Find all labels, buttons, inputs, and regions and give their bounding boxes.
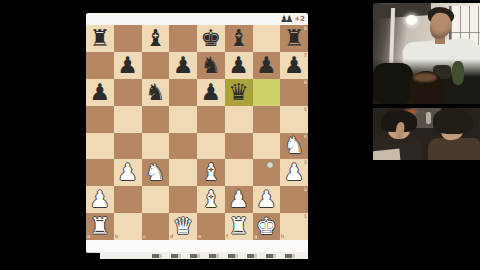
square-h6[interactable]: 6 (280, 79, 308, 106)
square-b5[interactable] (114, 106, 142, 133)
webcam-top-video[interactable] (373, 3, 480, 104)
square-f2[interactable]: ♟ (225, 186, 253, 213)
piece-black-bishop-f8[interactable]: ♝ (225, 25, 253, 52)
piece-white-pawn-h3[interactable]: ♟ (280, 159, 308, 186)
green-bottle (452, 61, 464, 85)
piece-white-rook-f1[interactable]: ♜ (225, 213, 253, 240)
square-g4[interactable] (253, 133, 281, 160)
square-g7[interactable]: ♟ (253, 52, 281, 79)
caption-strip (100, 252, 308, 259)
square-c2[interactable] (142, 186, 170, 213)
square-f3[interactable] (225, 159, 253, 186)
square-a4[interactable] (86, 133, 114, 160)
square-b6[interactable] (114, 79, 142, 106)
square-h1[interactable]: 1h (280, 213, 308, 240)
square-h8[interactable]: 8♜ (280, 25, 308, 52)
square-c5[interactable] (142, 106, 170, 133)
rank-label-2: 2 (304, 187, 307, 192)
player-bar-top: ♟♟ +2 (86, 13, 308, 25)
right-child-body (428, 138, 480, 160)
piece-black-pawn-e6[interactable]: ♟ (197, 79, 225, 106)
square-e3[interactable]: ♝ (197, 159, 225, 186)
square-c3[interactable]: ♞ (142, 159, 170, 186)
square-f1[interactable]: f♜ (225, 213, 253, 240)
square-h3[interactable]: 3♟ (280, 159, 308, 186)
piece-white-bishop-e3[interactable]: ♝ (197, 159, 225, 186)
square-f6[interactable]: ♛ (225, 79, 253, 106)
piece-black-pawn-b7[interactable]: ♟ (114, 52, 142, 79)
square-e8[interactable]: ♚ (197, 25, 225, 52)
square-d7[interactable]: ♟ (169, 52, 197, 79)
square-c1[interactable]: c (142, 213, 170, 240)
piece-black-pawn-h7[interactable]: ♟ (280, 52, 308, 79)
square-d5[interactable] (169, 106, 197, 133)
square-e2[interactable]: ♝ (197, 186, 225, 213)
piece-white-bishop-e2[interactable]: ♝ (197, 186, 225, 213)
square-b1[interactable]: b (114, 213, 142, 240)
material-indicator: ♟♟ +2 (280, 15, 308, 24)
square-e1[interactable]: e (197, 213, 225, 240)
file-label-b: b (115, 234, 118, 239)
square-e4[interactable] (197, 133, 225, 160)
square-e7[interactable]: ♞ (197, 52, 225, 79)
piece-black-bishop-c8[interactable]: ♝ (142, 25, 170, 52)
square-h5[interactable]: 5 (280, 106, 308, 133)
rank-label-6: 6 (304, 80, 307, 85)
square-b8[interactable] (114, 25, 142, 52)
chess-board[interactable]: ♜♝♚♝8♜♟♟♞♟♟7♟♟♞♟♛654♞♟♞♝3♟♟♝♟♟2a♜bcd♛ef♜… (86, 25, 308, 240)
piece-black-knight-e7[interactable]: ♞ (197, 52, 225, 79)
square-h7[interactable]: 7♟ (280, 52, 308, 79)
square-e5[interactable] (197, 106, 225, 133)
webcam-bottom-scene (373, 108, 480, 160)
square-g6[interactable] (253, 79, 281, 106)
dark-chair (373, 63, 413, 104)
piece-black-pawn-d7[interactable]: ♟ (169, 52, 197, 79)
square-g1[interactable]: g♚ (253, 213, 281, 240)
square-d4[interactable] (169, 133, 197, 160)
right-child-hair (433, 108, 473, 134)
square-f7[interactable]: ♟ (225, 52, 253, 79)
piece-white-knight-h4[interactable]: ♞ (280, 133, 308, 160)
piece-white-pawn-a2[interactable]: ♟ (86, 186, 114, 213)
square-f4[interactable] (225, 133, 253, 160)
square-b2[interactable] (114, 186, 142, 213)
square-a6[interactable]: ♟ (86, 79, 114, 106)
square-g2[interactable]: ♟ (253, 186, 281, 213)
table-edge (373, 148, 401, 160)
square-b3[interactable]: ♟ (114, 159, 142, 186)
square-d3[interactable] (169, 159, 197, 186)
shelf-bottle (426, 112, 431, 124)
piece-white-knight-c3[interactable]: ♞ (142, 159, 170, 186)
square-c6[interactable]: ♞ (142, 79, 170, 106)
square-a7[interactable] (86, 52, 114, 79)
video-call-screen: ♟♟ +2 ♜♝♚♝8♜♟♟♞♟♟7♟♟♞♟♛654♞♟♞♝3♟♟♝♟♟2a♜b… (0, 0, 480, 270)
piece-black-knight-c6[interactable]: ♞ (142, 79, 170, 106)
material-advantage-label: +2 (294, 16, 305, 23)
piece-white-pawn-g2[interactable]: ♟ (253, 186, 281, 213)
square-h4[interactable]: 4♞ (280, 133, 308, 160)
cursor-dot (267, 162, 273, 168)
captured-pawns-icons: ♟♟ (280, 15, 290, 24)
webcam-top-scene (373, 3, 480, 104)
file-label-e: e (198, 234, 201, 239)
piece-black-pawn-f7[interactable]: ♟ (225, 52, 253, 79)
square-c4[interactable] (142, 133, 170, 160)
square-d2[interactable] (169, 186, 197, 213)
rank-label-1: 1 (304, 214, 307, 219)
webcam-bottom-video[interactable] (373, 108, 480, 160)
square-a8[interactable]: ♜ (86, 25, 114, 52)
piece-black-pawn-g7[interactable]: ♟ (253, 52, 281, 79)
square-f5[interactable] (225, 106, 253, 133)
blurred-caption-text (152, 254, 302, 258)
square-b4[interactable] (114, 133, 142, 160)
file-label-h: h (281, 234, 284, 239)
square-g8[interactable] (253, 25, 281, 52)
piece-white-rook-a1[interactable]: ♜ (86, 213, 114, 240)
piece-white-king-g1[interactable]: ♚ (253, 213, 281, 240)
square-a1[interactable]: a♜ (86, 213, 114, 240)
square-c7[interactable] (142, 52, 170, 79)
square-g5[interactable] (253, 106, 281, 133)
square-a3[interactable] (86, 159, 114, 186)
square-h2[interactable]: 2 (280, 186, 308, 213)
square-a2[interactable]: ♟ (86, 186, 114, 213)
file-label-c: c (143, 234, 146, 239)
piece-black-pawn-a6[interactable]: ♟ (86, 79, 114, 106)
piece-black-rook-a8[interactable]: ♜ (86, 25, 114, 52)
piece-black-queen-f6[interactable]: ♛ (225, 79, 253, 106)
piece-black-rook-h8[interactable]: ♜ (280, 25, 308, 52)
foreground-head-highlight (413, 73, 437, 82)
square-c8[interactable]: ♝ (142, 25, 170, 52)
square-b7[interactable]: ♟ (114, 52, 142, 79)
square-d1[interactable]: d♛ (169, 213, 197, 240)
round-wall-light (406, 15, 417, 25)
piece-white-pawn-b3[interactable]: ♟ (114, 159, 142, 186)
piece-white-queen-d1[interactable]: ♛ (169, 213, 197, 240)
square-d6[interactable] (169, 79, 197, 106)
piece-black-king-e8[interactable]: ♚ (197, 25, 225, 52)
square-d8[interactable] (169, 25, 197, 52)
square-a5[interactable] (86, 106, 114, 133)
piece-white-pawn-f2[interactable]: ♟ (225, 186, 253, 213)
square-f8[interactable]: ♝ (225, 25, 253, 52)
square-e6[interactable]: ♟ (197, 79, 225, 106)
rank-label-5: 5 (304, 107, 307, 112)
